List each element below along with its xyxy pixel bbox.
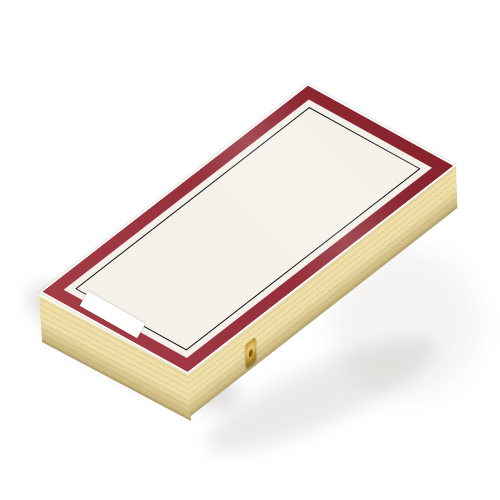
clasp-pin xyxy=(249,348,253,358)
product-photo-stage xyxy=(0,0,500,500)
brass-clasp xyxy=(245,337,256,369)
